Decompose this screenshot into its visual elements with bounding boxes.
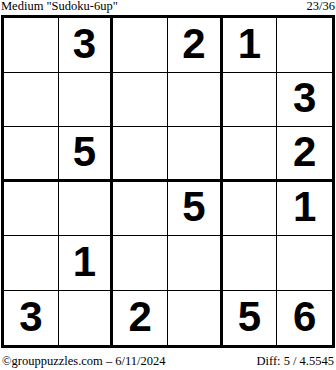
cell-r4c6[interactable]: 1 [277,182,332,237]
puzzle-title: Medium "Sudoku-6up" [1,0,118,13]
given-digit: 3 [73,23,96,65]
cell-r2c6[interactable]: 3 [277,73,332,128]
cell-r1c5[interactable]: 1 [223,18,278,73]
cell-r1c6[interactable] [277,18,332,73]
cell-r5c6[interactable] [277,236,332,291]
footer: ©grouppuzzles.com – 6/11/2024 Diff: 5 / … [0,354,336,368]
cell-r4c4[interactable]: 5 [168,182,223,237]
puzzle-counter: 23/36 [307,0,335,13]
header: Medium "Sudoku-6up" 23/36 [0,0,336,15]
given-digit: 2 [128,296,151,338]
given-digit: 6 [293,296,316,338]
cell-r6c6[interactable]: 6 [277,291,332,346]
cell-r3c1[interactable] [4,127,59,182]
cell-r2c1[interactable] [4,73,59,128]
cell-r5c2[interactable]: 1 [59,236,114,291]
cell-r2c4[interactable] [168,73,223,128]
cell-r2c5[interactable] [223,73,278,128]
given-digit: 2 [182,23,205,65]
cell-r1c3[interactable] [113,18,168,73]
given-digit: 5 [73,131,96,173]
cell-r3c5[interactable] [223,127,278,182]
cell-r6c3[interactable]: 2 [113,291,168,346]
cell-r3c6[interactable]: 2 [277,127,332,182]
given-digit: 5 [238,296,261,338]
given-digit: 2 [293,131,316,173]
cell-r6c5[interactable]: 5 [223,291,278,346]
cell-r6c4[interactable] [168,291,223,346]
cell-r3c4[interactable] [168,127,223,182]
given-digit: 5 [182,186,205,228]
cell-r4c2[interactable] [59,182,114,237]
cell-r5c1[interactable] [4,236,59,291]
copyright-text: ©grouppuzzles.com – 6/11/2024 [2,354,166,368]
cell-r4c5[interactable] [223,182,278,237]
cell-r1c2[interactable]: 3 [59,18,114,73]
cell-r5c4[interactable] [168,236,223,291]
given-digit: 1 [293,186,316,228]
cell-r2c3[interactable] [113,73,168,128]
given-digit: 3 [293,77,316,119]
given-digit: 1 [73,241,96,283]
cell-r4c1[interactable] [4,182,59,237]
cell-r1c1[interactable] [4,18,59,73]
cell-r3c3[interactable] [113,127,168,182]
given-digit: 1 [238,23,261,65]
cell-r2c2[interactable] [59,73,114,128]
cell-r3c2[interactable]: 5 [59,127,114,182]
cell-r6c1[interactable]: 3 [4,291,59,346]
cell-r1c4[interactable]: 2 [168,18,223,73]
cell-r5c5[interactable] [223,236,278,291]
difficulty-text: Diff: 5 / 4.5545 [256,354,334,368]
given-digit: 3 [19,296,42,338]
cell-r5c3[interactable] [113,236,168,291]
cell-r6c2[interactable] [59,291,114,346]
sudoku-board: 3213525113256 [1,15,335,348]
cell-r4c3[interactable] [113,182,168,237]
